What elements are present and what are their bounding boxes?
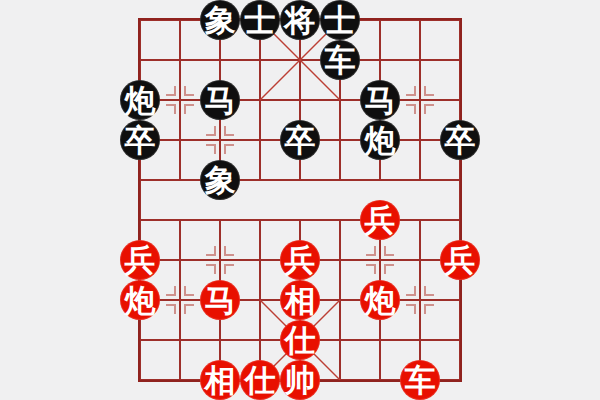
- xiangqi-board[interactable]: 象士将士车炮马马卒卒炮卒象兵兵兵兵炮马相炮仕相仕帅车: [0, 0, 600, 400]
- piece-red-cannon[interactable]: 炮: [120, 280, 160, 320]
- piece-black-advisor[interactable]: 士: [320, 0, 360, 40]
- piece-black-cannon[interactable]: 炮: [360, 120, 400, 160]
- piece-black-elephant[interactable]: 象: [200, 0, 240, 40]
- piece-black-horse[interactable]: 马: [200, 80, 240, 120]
- piece-red-soldier[interactable]: 兵: [120, 240, 160, 280]
- piece-red-advisor[interactable]: 仕: [280, 320, 320, 360]
- piece-black-advisor[interactable]: 士: [240, 0, 280, 40]
- piece-red-advisor[interactable]: 仕: [240, 360, 280, 400]
- piece-red-elephant[interactable]: 相: [200, 360, 240, 400]
- piece-black-soldier[interactable]: 卒: [280, 120, 320, 160]
- piece-red-soldier[interactable]: 兵: [360, 200, 400, 240]
- piece-red-horse[interactable]: 马: [200, 280, 240, 320]
- piece-black-soldier[interactable]: 卒: [120, 120, 160, 160]
- piece-red-soldier[interactable]: 兵: [440, 240, 480, 280]
- piece-red-chariot[interactable]: 车: [400, 360, 440, 400]
- piece-black-cannon[interactable]: 炮: [120, 80, 160, 120]
- piece-black-chariot[interactable]: 车: [320, 40, 360, 80]
- piece-black-horse[interactable]: 马: [360, 80, 400, 120]
- piece-red-cannon[interactable]: 炮: [360, 280, 400, 320]
- piece-black-general[interactable]: 将: [280, 0, 320, 40]
- pieces-layer: 象士将士车炮马马卒卒炮卒象兵兵兵兵炮马相炮仕相仕帅车: [120, 0, 480, 400]
- piece-black-elephant[interactable]: 象: [200, 160, 240, 200]
- piece-red-general[interactable]: 帅: [280, 360, 320, 400]
- piece-red-soldier[interactable]: 兵: [280, 240, 320, 280]
- piece-red-elephant[interactable]: 相: [280, 280, 320, 320]
- piece-black-soldier[interactable]: 卒: [440, 120, 480, 160]
